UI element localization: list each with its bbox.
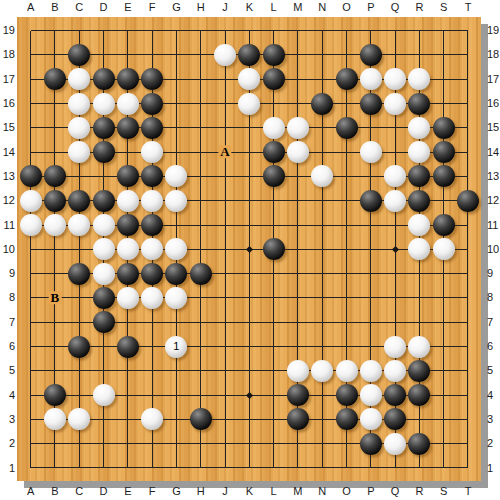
intersection-O3[interactable] (334, 407, 358, 431)
intersection-H16[interactable] (189, 91, 213, 115)
intersection-E4[interactable] (116, 383, 140, 407)
intersection-L7[interactable] (261, 310, 285, 334)
intersection-F10[interactable] (140, 237, 164, 261)
intersection-O19[interactable] (334, 19, 358, 43)
intersection-K12[interactable] (237, 189, 261, 213)
intersection-O11[interactable] (334, 213, 358, 237)
intersection-S11[interactable] (432, 213, 456, 237)
intersection-F15[interactable] (140, 116, 164, 140)
intersection-J13[interactable] (213, 164, 237, 188)
intersection-L15[interactable] (261, 116, 285, 140)
intersection-Q4[interactable] (383, 383, 407, 407)
intersection-N5[interactable] (310, 359, 334, 383)
intersection-O1[interactable] (334, 456, 358, 480)
intersection-A14[interactable] (19, 140, 43, 164)
intersection-M14[interactable] (286, 140, 310, 164)
intersection-C18[interactable] (67, 43, 91, 67)
intersection-A3[interactable] (19, 407, 43, 431)
intersection-H12[interactable] (189, 189, 213, 213)
intersection-C13[interactable] (67, 164, 91, 188)
intersection-J18[interactable] (213, 43, 237, 67)
intersection-D3[interactable] (91, 407, 115, 431)
intersection-J9[interactable] (213, 261, 237, 285)
intersection-P4[interactable] (359, 383, 383, 407)
intersection-K14[interactable] (237, 140, 261, 164)
intersection-J3[interactable] (213, 407, 237, 431)
intersection-A7[interactable] (19, 310, 43, 334)
intersection-L13[interactable] (261, 164, 285, 188)
intersection-G14[interactable] (164, 140, 188, 164)
intersection-K18[interactable] (237, 43, 261, 67)
intersection-F8[interactable] (140, 286, 164, 310)
intersection-H1[interactable] (189, 456, 213, 480)
intersection-E8[interactable] (116, 286, 140, 310)
intersection-B2[interactable] (43, 432, 67, 456)
intersection-P1[interactable] (359, 456, 383, 480)
intersection-E11[interactable] (116, 213, 140, 237)
intersection-G9[interactable] (164, 261, 188, 285)
intersection-O10[interactable] (334, 237, 358, 261)
intersection-T2[interactable] (456, 432, 480, 456)
intersection-B12[interactable] (43, 189, 67, 213)
intersection-S12[interactable] (432, 189, 456, 213)
intersection-F1[interactable] (140, 456, 164, 480)
intersection-F5[interactable] (140, 359, 164, 383)
intersection-R7[interactable] (407, 310, 431, 334)
intersection-D6[interactable] (91, 334, 115, 358)
intersection-G6[interactable]: 1 (164, 334, 188, 358)
intersection-B11[interactable] (43, 213, 67, 237)
intersection-R6[interactable] (407, 334, 431, 358)
intersection-O16[interactable] (334, 91, 358, 115)
intersection-F14[interactable] (140, 140, 164, 164)
intersection-J8[interactable] (213, 286, 237, 310)
intersection-A13[interactable] (19, 164, 43, 188)
intersection-M16[interactable] (286, 91, 310, 115)
intersection-P6[interactable] (359, 334, 383, 358)
intersection-Q8[interactable] (383, 286, 407, 310)
intersection-F13[interactable] (140, 164, 164, 188)
intersection-A17[interactable] (19, 67, 43, 91)
intersection-C5[interactable] (67, 359, 91, 383)
intersection-D11[interactable] (91, 213, 115, 237)
intersection-M10[interactable] (286, 237, 310, 261)
intersection-D8[interactable] (91, 286, 115, 310)
intersection-T3[interactable] (456, 407, 480, 431)
intersection-C6[interactable] (67, 334, 91, 358)
intersection-K7[interactable] (237, 310, 261, 334)
intersection-K9[interactable] (237, 261, 261, 285)
intersection-O2[interactable] (334, 432, 358, 456)
intersection-N7[interactable] (310, 310, 334, 334)
intersection-N10[interactable] (310, 237, 334, 261)
intersection-C17[interactable] (67, 67, 91, 91)
intersection-T6[interactable] (456, 334, 480, 358)
intersection-H17[interactable] (189, 67, 213, 91)
intersection-Q7[interactable] (383, 310, 407, 334)
intersection-Q17[interactable] (383, 67, 407, 91)
intersection-D16[interactable] (91, 91, 115, 115)
intersection-R9[interactable] (407, 261, 431, 285)
intersection-G12[interactable] (164, 189, 188, 213)
intersection-G7[interactable] (164, 310, 188, 334)
intersection-S2[interactable] (432, 432, 456, 456)
intersection-C15[interactable] (67, 116, 91, 140)
intersection-M13[interactable] (286, 164, 310, 188)
intersection-N19[interactable] (310, 19, 334, 43)
intersection-C11[interactable] (67, 213, 91, 237)
intersection-C10[interactable] (67, 237, 91, 261)
intersection-C7[interactable] (67, 310, 91, 334)
intersection-G15[interactable] (164, 116, 188, 140)
intersection-M11[interactable] (286, 213, 310, 237)
intersection-B9[interactable] (43, 261, 67, 285)
intersection-J19[interactable] (213, 19, 237, 43)
intersection-S10[interactable] (432, 237, 456, 261)
intersection-J10[interactable] (213, 237, 237, 261)
intersection-L8[interactable] (261, 286, 285, 310)
intersection-L2[interactable] (261, 432, 285, 456)
intersection-S8[interactable] (432, 286, 456, 310)
intersection-P19[interactable] (359, 19, 383, 43)
intersection-E6[interactable] (116, 334, 140, 358)
intersection-K15[interactable] (237, 116, 261, 140)
intersection-Q2[interactable] (383, 432, 407, 456)
intersection-J2[interactable] (213, 432, 237, 456)
intersection-C12[interactable] (67, 189, 91, 213)
intersection-O8[interactable] (334, 286, 358, 310)
intersection-H19[interactable] (189, 19, 213, 43)
intersection-L3[interactable] (261, 407, 285, 431)
intersection-B17[interactable] (43, 67, 67, 91)
intersection-C2[interactable] (67, 432, 91, 456)
intersection-R19[interactable] (407, 19, 431, 43)
intersection-N11[interactable] (310, 213, 334, 237)
intersection-T17[interactable] (456, 67, 480, 91)
intersection-K6[interactable] (237, 334, 261, 358)
intersection-N18[interactable] (310, 43, 334, 67)
intersection-P12[interactable] (359, 189, 383, 213)
intersection-F7[interactable] (140, 310, 164, 334)
intersection-N13[interactable] (310, 164, 334, 188)
intersection-T8[interactable] (456, 286, 480, 310)
intersection-F3[interactable] (140, 407, 164, 431)
intersection-B14[interactable] (43, 140, 67, 164)
intersection-N12[interactable] (310, 189, 334, 213)
intersection-D2[interactable] (91, 432, 115, 456)
intersection-D1[interactable] (91, 456, 115, 480)
intersection-S13[interactable] (432, 164, 456, 188)
intersection-C4[interactable] (67, 383, 91, 407)
intersection-P7[interactable] (359, 310, 383, 334)
intersection-B19[interactable] (43, 19, 67, 43)
intersection-J4[interactable] (213, 383, 237, 407)
intersection-R17[interactable] (407, 67, 431, 91)
intersection-T9[interactable] (456, 261, 480, 285)
intersection-K19[interactable] (237, 19, 261, 43)
intersection-T15[interactable] (456, 116, 480, 140)
intersection-A18[interactable] (19, 43, 43, 67)
intersection-F19[interactable] (140, 19, 164, 43)
intersection-L6[interactable] (261, 334, 285, 358)
intersection-H9[interactable] (189, 261, 213, 285)
intersection-E14[interactable] (116, 140, 140, 164)
intersection-P5[interactable] (359, 359, 383, 383)
intersection-P3[interactable] (359, 407, 383, 431)
intersection-J5[interactable] (213, 359, 237, 383)
intersection-B4[interactable] (43, 383, 67, 407)
intersection-B1[interactable] (43, 456, 67, 480)
intersection-T19[interactable] (456, 19, 480, 43)
intersection-C14[interactable] (67, 140, 91, 164)
intersection-R10[interactable] (407, 237, 431, 261)
intersection-Q3[interactable] (383, 407, 407, 431)
intersection-P13[interactable] (359, 164, 383, 188)
intersection-H13[interactable] (189, 164, 213, 188)
intersection-A16[interactable] (19, 91, 43, 115)
intersection-T13[interactable] (456, 164, 480, 188)
intersection-E5[interactable] (116, 359, 140, 383)
intersection-Q19[interactable] (383, 19, 407, 43)
intersection-A5[interactable] (19, 359, 43, 383)
intersection-T7[interactable] (456, 310, 480, 334)
intersection-G19[interactable] (164, 19, 188, 43)
intersection-Q13[interactable] (383, 164, 407, 188)
intersection-Q6[interactable] (383, 334, 407, 358)
intersection-K5[interactable] (237, 359, 261, 383)
intersection-R4[interactable] (407, 383, 431, 407)
intersection-T5[interactable] (456, 359, 480, 383)
intersection-E9[interactable] (116, 261, 140, 285)
intersection-B18[interactable] (43, 43, 67, 67)
intersection-E2[interactable] (116, 432, 140, 456)
intersection-S14[interactable] (432, 140, 456, 164)
intersection-B6[interactable] (43, 334, 67, 358)
intersection-E19[interactable] (116, 19, 140, 43)
intersection-L5[interactable] (261, 359, 285, 383)
intersection-H2[interactable] (189, 432, 213, 456)
intersection-G13[interactable] (164, 164, 188, 188)
intersection-E16[interactable] (116, 91, 140, 115)
intersection-F11[interactable] (140, 213, 164, 237)
intersection-M2[interactable] (286, 432, 310, 456)
intersection-M12[interactable] (286, 189, 310, 213)
intersection-A11[interactable] (19, 213, 43, 237)
intersection-H7[interactable] (189, 310, 213, 334)
intersection-H4[interactable] (189, 383, 213, 407)
intersection-S6[interactable] (432, 334, 456, 358)
intersection-H6[interactable] (189, 334, 213, 358)
intersection-G4[interactable] (164, 383, 188, 407)
intersection-J11[interactable] (213, 213, 237, 237)
intersection-L4[interactable] (261, 383, 285, 407)
intersection-O9[interactable] (334, 261, 358, 285)
intersection-G16[interactable] (164, 91, 188, 115)
intersection-R8[interactable] (407, 286, 431, 310)
intersection-B3[interactable] (43, 407, 67, 431)
intersection-D17[interactable] (91, 67, 115, 91)
intersection-H10[interactable] (189, 237, 213, 261)
intersection-S5[interactable] (432, 359, 456, 383)
intersection-E10[interactable] (116, 237, 140, 261)
intersection-Q5[interactable] (383, 359, 407, 383)
intersection-O6[interactable] (334, 334, 358, 358)
intersection-O12[interactable] (334, 189, 358, 213)
intersection-P8[interactable] (359, 286, 383, 310)
intersection-M3[interactable] (286, 407, 310, 431)
intersection-H14[interactable] (189, 140, 213, 164)
intersection-H8[interactable] (189, 286, 213, 310)
intersection-H15[interactable] (189, 116, 213, 140)
intersection-K17[interactable] (237, 67, 261, 91)
intersection-C9[interactable] (67, 261, 91, 285)
intersection-T18[interactable] (456, 43, 480, 67)
intersection-M18[interactable] (286, 43, 310, 67)
intersection-G17[interactable] (164, 67, 188, 91)
intersection-M15[interactable] (286, 116, 310, 140)
intersection-T14[interactable] (456, 140, 480, 164)
intersection-T10[interactable] (456, 237, 480, 261)
intersection-D18[interactable] (91, 43, 115, 67)
intersection-M4[interactable] (286, 383, 310, 407)
intersection-P2[interactable] (359, 432, 383, 456)
intersection-E7[interactable] (116, 310, 140, 334)
intersection-K4[interactable] (237, 383, 261, 407)
intersection-E1[interactable] (116, 456, 140, 480)
intersection-L12[interactable] (261, 189, 285, 213)
intersection-O7[interactable] (334, 310, 358, 334)
intersection-J14[interactable]: A (213, 140, 237, 164)
intersection-S16[interactable] (432, 91, 456, 115)
intersection-D9[interactable] (91, 261, 115, 285)
intersection-T1[interactable] (456, 456, 480, 480)
intersection-G18[interactable] (164, 43, 188, 67)
intersection-D13[interactable] (91, 164, 115, 188)
intersection-S18[interactable] (432, 43, 456, 67)
intersection-M17[interactable] (286, 67, 310, 91)
intersection-F2[interactable] (140, 432, 164, 456)
intersection-L10[interactable] (261, 237, 285, 261)
intersection-A9[interactable] (19, 261, 43, 285)
intersection-Q11[interactable] (383, 213, 407, 237)
intersection-M5[interactable] (286, 359, 310, 383)
intersection-Q1[interactable] (383, 456, 407, 480)
intersection-P10[interactable] (359, 237, 383, 261)
intersection-D7[interactable] (91, 310, 115, 334)
intersection-J6[interactable] (213, 334, 237, 358)
intersection-R16[interactable] (407, 91, 431, 115)
intersection-E15[interactable] (116, 116, 140, 140)
intersection-Q10[interactable] (383, 237, 407, 261)
intersection-D10[interactable] (91, 237, 115, 261)
intersection-E13[interactable] (116, 164, 140, 188)
intersection-A15[interactable] (19, 116, 43, 140)
intersection-Q12[interactable] (383, 189, 407, 213)
intersection-N15[interactable] (310, 116, 334, 140)
intersection-O18[interactable] (334, 43, 358, 67)
intersection-O4[interactable] (334, 383, 358, 407)
intersection-N14[interactable] (310, 140, 334, 164)
intersection-H18[interactable] (189, 43, 213, 67)
intersection-N16[interactable] (310, 91, 334, 115)
intersection-B16[interactable] (43, 91, 67, 115)
intersection-N9[interactable] (310, 261, 334, 285)
intersection-T12[interactable] (456, 189, 480, 213)
intersection-J7[interactable] (213, 310, 237, 334)
intersection-D12[interactable] (91, 189, 115, 213)
intersection-K11[interactable] (237, 213, 261, 237)
intersection-M7[interactable] (286, 310, 310, 334)
intersection-H3[interactable] (189, 407, 213, 431)
intersection-G2[interactable] (164, 432, 188, 456)
intersection-F16[interactable] (140, 91, 164, 115)
intersection-G11[interactable] (164, 213, 188, 237)
intersection-S1[interactable] (432, 456, 456, 480)
intersection-G5[interactable] (164, 359, 188, 383)
intersection-R13[interactable] (407, 164, 431, 188)
intersection-R11[interactable] (407, 213, 431, 237)
intersection-L19[interactable] (261, 19, 285, 43)
intersection-T16[interactable] (456, 91, 480, 115)
intersection-O17[interactable] (334, 67, 358, 91)
intersection-M6[interactable] (286, 334, 310, 358)
intersection-C1[interactable] (67, 456, 91, 480)
intersection-K2[interactable] (237, 432, 261, 456)
intersection-B7[interactable] (43, 310, 67, 334)
intersection-O15[interactable] (334, 116, 358, 140)
intersection-C19[interactable] (67, 19, 91, 43)
intersection-T4[interactable] (456, 383, 480, 407)
intersection-S19[interactable] (432, 19, 456, 43)
intersection-A10[interactable] (19, 237, 43, 261)
intersection-K13[interactable] (237, 164, 261, 188)
intersection-G1[interactable] (164, 456, 188, 480)
intersection-N6[interactable] (310, 334, 334, 358)
intersection-Q16[interactable] (383, 91, 407, 115)
intersection-A8[interactable] (19, 286, 43, 310)
intersection-S17[interactable] (432, 67, 456, 91)
intersection-D14[interactable] (91, 140, 115, 164)
intersection-P17[interactable] (359, 67, 383, 91)
intersection-P15[interactable] (359, 116, 383, 140)
intersection-D15[interactable] (91, 116, 115, 140)
intersection-L16[interactable] (261, 91, 285, 115)
intersection-L14[interactable] (261, 140, 285, 164)
intersection-J17[interactable] (213, 67, 237, 91)
intersection-K8[interactable] (237, 286, 261, 310)
intersection-B10[interactable] (43, 237, 67, 261)
intersection-E17[interactable] (116, 67, 140, 91)
intersection-D19[interactable] (91, 19, 115, 43)
intersection-K10[interactable] (237, 237, 261, 261)
intersection-C8[interactable] (67, 286, 91, 310)
intersection-P18[interactable] (359, 43, 383, 67)
intersection-L1[interactable] (261, 456, 285, 480)
intersection-L18[interactable] (261, 43, 285, 67)
intersection-A2[interactable] (19, 432, 43, 456)
intersection-N8[interactable] (310, 286, 334, 310)
intersection-P9[interactable] (359, 261, 383, 285)
intersection-P11[interactable] (359, 213, 383, 237)
intersection-A12[interactable] (19, 189, 43, 213)
intersection-J1[interactable] (213, 456, 237, 480)
intersection-N2[interactable] (310, 432, 334, 456)
intersection-N17[interactable] (310, 67, 334, 91)
intersection-F17[interactable] (140, 67, 164, 91)
intersection-A19[interactable] (19, 19, 43, 43)
intersection-B5[interactable] (43, 359, 67, 383)
intersection-K16[interactable] (237, 91, 261, 115)
